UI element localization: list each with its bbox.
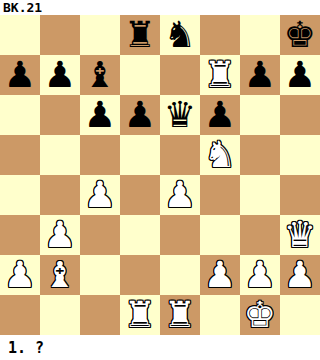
square-d8[interactable]: ♜ (120, 15, 160, 55)
square-b2[interactable]: ♝ (40, 255, 80, 295)
square-a6[interactable] (0, 95, 40, 135)
square-b4[interactable] (40, 175, 80, 215)
square-g6[interactable] (240, 95, 280, 135)
square-b7[interactable]: ♟ (40, 55, 80, 95)
square-d1[interactable]: ♜ (120, 295, 160, 335)
piece-black-pawn: ♟ (4, 55, 36, 95)
square-d7[interactable] (120, 55, 160, 95)
square-f6[interactable]: ♟ (200, 95, 240, 135)
piece-white-pawn: ♟ (4, 255, 36, 295)
square-b5[interactable] (40, 135, 80, 175)
piece-white-rook: ♜ (124, 295, 156, 335)
square-d6[interactable]: ♟ (120, 95, 160, 135)
square-g5[interactable] (240, 135, 280, 175)
square-e2[interactable] (160, 255, 200, 295)
square-d4[interactable] (120, 175, 160, 215)
square-b6[interactable] (40, 95, 80, 135)
chess-board: ♜♞♚♟♟♝♜♟♟♟♟♛♟♞♟♟♟♛♟♝♟♟♟♜♜♚ (0, 15, 320, 335)
square-f3[interactable] (200, 215, 240, 255)
square-c8[interactable] (80, 15, 120, 55)
piece-black-bishop: ♝ (84, 55, 116, 95)
square-f1[interactable] (200, 295, 240, 335)
square-h5[interactable] (280, 135, 320, 175)
square-h1[interactable] (280, 295, 320, 335)
square-f5[interactable]: ♞ (200, 135, 240, 175)
piece-white-pawn: ♟ (244, 255, 276, 295)
piece-white-pawn: ♟ (44, 215, 76, 255)
square-c6[interactable]: ♟ (80, 95, 120, 135)
square-f7[interactable]: ♜ (200, 55, 240, 95)
piece-black-pawn: ♟ (244, 55, 276, 95)
square-a2[interactable]: ♟ (0, 255, 40, 295)
piece-white-knight: ♞ (204, 135, 236, 175)
square-c3[interactable] (80, 215, 120, 255)
piece-black-king: ♚ (284, 15, 316, 55)
piece-white-rook: ♜ (164, 295, 196, 335)
square-a5[interactable] (0, 135, 40, 175)
piece-white-pawn: ♟ (284, 255, 316, 295)
square-h8[interactable]: ♚ (280, 15, 320, 55)
square-b1[interactable] (40, 295, 80, 335)
square-g3[interactable] (240, 215, 280, 255)
piece-white-pawn: ♟ (204, 255, 236, 295)
square-g1[interactable]: ♚ (240, 295, 280, 335)
square-a1[interactable] (0, 295, 40, 335)
square-f4[interactable] (200, 175, 240, 215)
square-c1[interactable] (80, 295, 120, 335)
piece-white-pawn: ♟ (164, 175, 196, 215)
square-d2[interactable] (120, 255, 160, 295)
square-e8[interactable]: ♞ (160, 15, 200, 55)
square-c4[interactable]: ♟ (80, 175, 120, 215)
square-b3[interactable]: ♟ (40, 215, 80, 255)
piece-black-pawn: ♟ (284, 55, 316, 95)
square-c2[interactable] (80, 255, 120, 295)
puzzle-diagram: BK.21 ♜♞♚♟♟♝♜♟♟♟♟♛♟♞♟♟♟♛♟♝♟♟♟♜♜♚ 1. ? (0, 0, 320, 360)
square-c5[interactable] (80, 135, 120, 175)
square-h2[interactable]: ♟ (280, 255, 320, 295)
piece-white-bishop: ♝ (44, 255, 76, 295)
puzzle-id: BK.21 (0, 0, 320, 15)
move-prompt: 1. ? (0, 335, 320, 360)
square-e7[interactable] (160, 55, 200, 95)
piece-black-rook: ♜ (124, 15, 156, 55)
square-c7[interactable]: ♝ (80, 55, 120, 95)
piece-white-queen: ♛ (284, 215, 316, 255)
square-e6[interactable]: ♛ (160, 95, 200, 135)
square-d5[interactable] (120, 135, 160, 175)
piece-white-rook: ♜ (204, 55, 236, 95)
piece-white-king: ♚ (244, 295, 276, 335)
square-e1[interactable]: ♜ (160, 295, 200, 335)
square-a4[interactable] (0, 175, 40, 215)
square-g4[interactable] (240, 175, 280, 215)
piece-black-knight: ♞ (164, 15, 196, 55)
square-h7[interactable]: ♟ (280, 55, 320, 95)
square-e5[interactable] (160, 135, 200, 175)
square-e3[interactable] (160, 215, 200, 255)
square-g2[interactable]: ♟ (240, 255, 280, 295)
piece-black-queen: ♛ (164, 95, 196, 135)
piece-black-pawn: ♟ (124, 95, 156, 135)
piece-white-pawn: ♟ (84, 175, 116, 215)
piece-black-pawn: ♟ (204, 95, 236, 135)
square-f2[interactable]: ♟ (200, 255, 240, 295)
square-a7[interactable]: ♟ (0, 55, 40, 95)
square-g8[interactable] (240, 15, 280, 55)
square-a3[interactable] (0, 215, 40, 255)
piece-black-pawn: ♟ (84, 95, 116, 135)
square-e4[interactable]: ♟ (160, 175, 200, 215)
square-g7[interactable]: ♟ (240, 55, 280, 95)
square-d3[interactable] (120, 215, 160, 255)
square-h3[interactable]: ♛ (280, 215, 320, 255)
square-h6[interactable] (280, 95, 320, 135)
square-b8[interactable] (40, 15, 80, 55)
square-a8[interactable] (0, 15, 40, 55)
piece-black-pawn: ♟ (44, 55, 76, 95)
square-f8[interactable] (200, 15, 240, 55)
square-h4[interactable] (280, 175, 320, 215)
